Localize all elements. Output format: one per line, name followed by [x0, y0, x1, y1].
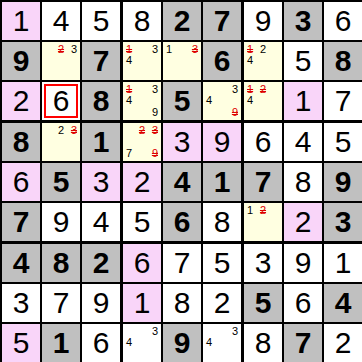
pencil-marks: 134 — [123, 42, 161, 80]
cell-r4c6[interactable]: 9 — [203, 123, 244, 163]
solved-digit: 9 — [295, 248, 312, 278]
pencil-mark-9: 9 — [152, 107, 158, 118]
pencil-mark-1-struck: 1 — [247, 44, 253, 55]
cell-r8c3[interactable]: 9 — [82, 284, 123, 324]
cell-r9c6[interactable]: 34 — [203, 324, 244, 362]
given-digit: 7 — [295, 328, 312, 358]
given-digit: 2 — [174, 6, 191, 36]
cell-r3c6[interactable]: 349 — [203, 82, 244, 123]
cell-r6c2[interactable]: 9 — [42, 203, 82, 244]
cell-r3c1[interactable]: 2 — [2, 82, 42, 123]
pencil-mark-3-struck: 3 — [152, 125, 158, 136]
cell-r7c6[interactable]: 5 — [203, 244, 244, 284]
pencil-mark-3: 3 — [232, 84, 238, 95]
pencil-mark-1-struck: 1 — [126, 84, 132, 95]
pencil-marks: 2379 — [123, 123, 161, 161]
cell-r4c8[interactable]: 4 — [284, 123, 324, 163]
pencil-mark-4: 4 — [126, 337, 132, 348]
cell-r3c8[interactable]: 1 — [284, 82, 324, 123]
given-digit: 8 — [53, 248, 70, 278]
cell-r7c4[interactable]: 6 — [123, 244, 163, 284]
cell-r8c5[interactable]: 8 — [163, 284, 203, 324]
given-digit: 5 — [53, 167, 70, 197]
cell-r1c3[interactable]: 5 — [82, 2, 123, 42]
pencil-mark-4: 4 — [206, 95, 212, 106]
cell-r6c9[interactable]: 3 — [324, 203, 362, 244]
solved-digit: 7 — [174, 248, 191, 278]
solved-digit: 4 — [53, 6, 70, 36]
given-digit: 8 — [13, 127, 30, 157]
cell-r6c3[interactable]: 4 — [82, 203, 123, 244]
cell-r5c6[interactable]: 1 — [203, 163, 244, 203]
cell-r7c7[interactable]: 3 — [244, 244, 284, 284]
solved-digit: 1 — [134, 288, 151, 318]
pencil-marks: 12 — [244, 203, 282, 241]
solved-digit: 5 — [335, 127, 352, 157]
cell-r2c4[interactable]: 134 — [123, 42, 163, 82]
solved-digit: 5 — [134, 207, 151, 237]
given-digit: 8 — [335, 46, 352, 76]
given-digit: 4 — [13, 248, 30, 278]
cell-r2c6[interactable]: 6 — [203, 42, 244, 82]
pencil-mark-4: 4 — [206, 337, 212, 348]
pencil-mark-3: 3 — [232, 326, 238, 337]
solved-digit: 2 — [134, 167, 151, 197]
cell-r6c8[interactable]: 2 — [284, 203, 324, 244]
pencil-mark-2-struck: 2 — [58, 44, 64, 55]
cell-r4c7[interactable]: 6 — [244, 123, 284, 163]
cell-r7c9[interactable]: 1 — [324, 244, 362, 284]
cell-r2c9[interactable]: 8 — [324, 42, 362, 82]
pencil-marks: 23 — [42, 123, 80, 161]
pencil-mark-1: 1 — [247, 205, 253, 216]
solved-digit: 1 — [13, 6, 30, 36]
cell-r5c8[interactable]: 8 — [284, 163, 324, 203]
cell-r2c8[interactable]: 5 — [284, 42, 324, 82]
cell-r6c7[interactable]: 12 — [244, 203, 284, 244]
cell-r1c4[interactable]: 8 — [123, 2, 163, 42]
given-digit: 7 — [214, 6, 231, 36]
cell-r9c5[interactable]: 9 — [163, 324, 203, 362]
pencil-mark-7: 7 — [126, 148, 132, 159]
solved-digit: 3 — [93, 167, 110, 197]
solved-digit: 6 — [335, 6, 352, 36]
cell-r7c8[interactable]: 9 — [284, 244, 324, 284]
cell-r4c1[interactable]: 8 — [2, 123, 42, 163]
solved-digit: 2 — [295, 207, 312, 237]
cell-r1c5[interactable]: 2 — [163, 2, 203, 42]
given-digit: 6 — [214, 46, 231, 76]
pencil-mark-3: 3 — [152, 44, 158, 55]
pencil-mark-2: 2 — [58, 125, 64, 136]
cell-r1c9[interactable]: 6 — [324, 2, 362, 42]
cell-r8c6[interactable]: 2 — [203, 284, 244, 324]
given-digit: 8 — [93, 86, 110, 116]
cell-r8c2[interactable]: 7 — [42, 284, 82, 324]
given-digit: 1 — [93, 127, 110, 157]
pencil-mark-1-struck: 1 — [247, 84, 253, 95]
pencil-mark-2-struck: 2 — [260, 205, 266, 216]
cell-r6c6[interactable]: 8 — [203, 203, 244, 244]
solved-digit: 6 — [134, 248, 151, 278]
cell-r8c9[interactable]: 4 — [324, 284, 362, 324]
given-digit: 9 — [335, 167, 352, 197]
pencil-mark-3: 3 — [152, 326, 158, 337]
pencil-marks: 349 — [203, 82, 241, 120]
cell-r3c9[interactable]: 7 — [324, 82, 362, 123]
cell-r2c7[interactable]: 124 — [244, 42, 284, 82]
pencil-mark-3: 3 — [152, 84, 158, 95]
solved-digit: 1 — [335, 248, 352, 278]
cell-r6c5[interactable]: 6 — [163, 203, 203, 244]
cell-r6c4[interactable]: 5 — [123, 203, 163, 244]
cell-r2c2[interactable]: 23 — [42, 42, 82, 82]
cell-r3c5[interactable]: 5 — [163, 82, 203, 123]
cell-r9c2[interactable]: 1 — [42, 324, 82, 362]
pencil-marks: 124 — [244, 82, 282, 120]
solved-digit: 3 — [13, 288, 30, 318]
solved-digit: 6 — [53, 86, 70, 116]
cell-r7c3[interactable]: 2 — [82, 244, 123, 284]
given-digit: 3 — [295, 6, 312, 36]
solved-digit: 6 — [13, 167, 30, 197]
pencil-marks: 34 — [203, 324, 241, 362]
pencil-mark-4: 4 — [126, 95, 132, 106]
pencil-mark-2-struck: 2 — [139, 125, 145, 136]
cell-r5c7[interactable]: 7 — [244, 163, 284, 203]
given-digit: 2 — [93, 248, 110, 278]
cell-r5c3[interactable]: 3 — [82, 163, 123, 203]
cell-r9c9[interactable]: 2 — [324, 324, 362, 362]
given-digit: 4 — [335, 288, 352, 318]
solved-digit: 8 — [134, 6, 151, 36]
cell-r8c7[interactable]: 5 — [244, 284, 284, 324]
cell-r7c5[interactable]: 7 — [163, 244, 203, 284]
pencil-marks: 23 — [42, 42, 80, 80]
solved-digit: 3 — [174, 127, 191, 157]
solved-digit: 2 — [13, 86, 30, 116]
pencil-marks: 34 — [123, 324, 161, 362]
given-digit: 4 — [174, 167, 191, 197]
given-digit: 5 — [174, 86, 191, 116]
cell-r3c3[interactable]: 8 — [82, 82, 123, 123]
solved-digit: 9 — [255, 6, 272, 36]
solved-digit: 5 — [13, 328, 30, 358]
cell-r1c8[interactable]: 3 — [284, 2, 324, 42]
cell-r9c8[interactable]: 7 — [284, 324, 324, 362]
cell-r3c4[interactable]: 1349 — [123, 82, 163, 123]
solved-digit: 8 — [214, 207, 231, 237]
cell-r3c7[interactable]: 124 — [244, 82, 284, 123]
cell-r8c8[interactable]: 6 — [284, 284, 324, 324]
sudoku-board: 1458279369237134136124582681349534912417… — [0, 0, 362, 362]
pencil-mark-9-struck: 9 — [152, 148, 158, 159]
solved-digit: 6 — [295, 288, 312, 318]
cell-r9c4[interactable]: 34 — [123, 324, 163, 362]
pencil-mark-4: 4 — [247, 55, 253, 66]
cell-r5c4[interactable]: 2 — [123, 163, 163, 203]
solved-digit: 1 — [295, 86, 312, 116]
cell-r1c1[interactable]: 1 — [2, 2, 42, 42]
cell-r4c4[interactable]: 2379 — [123, 123, 163, 163]
cell-r1c6[interactable]: 7 — [203, 2, 244, 42]
pencil-mark-1: 1 — [166, 44, 172, 55]
cell-r4c3[interactable]: 1 — [82, 123, 123, 163]
cell-r5c5[interactable]: 4 — [163, 163, 203, 203]
pencil-mark-3: 3 — [71, 44, 77, 55]
solved-digit: 9 — [93, 288, 110, 318]
cell-r3c2[interactable]: 6 — [42, 82, 82, 123]
cell-r4c9[interactable]: 5 — [324, 123, 362, 163]
given-digit: 3 — [335, 207, 352, 237]
cell-r2c1[interactable]: 9 — [2, 42, 42, 82]
given-digit: 5 — [255, 288, 272, 318]
solved-digit: 4 — [93, 207, 110, 237]
solved-digit: 2 — [335, 328, 352, 358]
cell-r6c1[interactable]: 7 — [2, 203, 42, 244]
cell-r8c1[interactable]: 3 — [2, 284, 42, 324]
cell-r9c1[interactable]: 5 — [2, 324, 42, 362]
given-digit: 9 — [174, 328, 191, 358]
pencil-mark-2: 2 — [260, 44, 266, 55]
solved-digit: 5 — [295, 46, 312, 76]
given-digit: 6 — [174, 207, 191, 237]
cell-r8c4[interactable]: 1 — [123, 284, 163, 324]
pencil-mark-4: 4 — [126, 55, 132, 66]
pencil-marks: 124 — [244, 42, 282, 80]
cell-r4c2[interactable]: 23 — [42, 123, 82, 163]
pencil-marks: 1349 — [123, 82, 161, 120]
pencil-mark-9-struck: 9 — [232, 107, 238, 118]
solved-digit: 9 — [214, 127, 231, 157]
given-digit: 7 — [13, 207, 30, 237]
cell-r1c2[interactable]: 4 — [42, 2, 82, 42]
solved-digit: 5 — [93, 6, 110, 36]
solved-digit: 8 — [174, 288, 191, 318]
cell-r1c7[interactable]: 9 — [244, 2, 284, 42]
given-digit: 1 — [53, 328, 70, 358]
given-digit: 7 — [93, 46, 110, 76]
given-digit: 1 — [214, 167, 231, 197]
cell-r2c5[interactable]: 13 — [163, 42, 203, 82]
cell-r4c5[interactable]: 3 — [163, 123, 203, 163]
solved-digit: 3 — [255, 248, 272, 278]
cell-r5c9[interactable]: 9 — [324, 163, 362, 203]
cell-r7c1[interactable]: 4 — [2, 244, 42, 284]
solved-digit: 8 — [295, 167, 312, 197]
cell-r7c2[interactable]: 8 — [42, 244, 82, 284]
cell-r5c1[interactable]: 6 — [2, 163, 42, 203]
solved-digit: 6 — [255, 127, 272, 157]
solved-digit: 8 — [255, 328, 272, 358]
given-digit: 7 — [255, 167, 272, 197]
solved-digit: 7 — [335, 86, 352, 116]
cell-r9c7[interactable]: 8 — [244, 324, 284, 362]
solved-digit: 7 — [53, 288, 70, 318]
pencil-mark-4: 4 — [247, 95, 253, 106]
solved-digit: 2 — [214, 288, 231, 318]
pencil-mark-2-struck: 2 — [260, 84, 266, 95]
pencil-mark-3-struck: 3 — [192, 44, 198, 55]
pencil-marks: 13 — [163, 42, 201, 80]
pencil-mark-1-struck: 1 — [126, 44, 132, 55]
given-digit: 9 — [13, 46, 30, 76]
solved-digit: 5 — [214, 248, 231, 278]
pencil-mark-3-struck: 3 — [71, 125, 77, 136]
cell-r2c3[interactable]: 7 — [82, 42, 123, 82]
cell-r9c3[interactable]: 6 — [82, 324, 123, 362]
cell-r5c2[interactable]: 5 — [42, 163, 82, 203]
solved-digit: 9 — [53, 207, 70, 237]
solved-digit: 6 — [93, 328, 110, 358]
solved-digit: 4 — [295, 127, 312, 157]
